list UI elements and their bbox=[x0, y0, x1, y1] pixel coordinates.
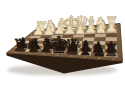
chess-board: HGFEDCBA12345678♜♞♝♛♚♝♞♜♟♟♟♟♟♟♟♟♟♟♟♟♟♟♟♟… bbox=[0, 0, 125, 93]
chess-set-photo: HGFEDCBA12345678♜♞♝♛♚♝♞♜♟♟♟♟♟♟♟♟♟♟♟♟♟♟♟♟… bbox=[0, 0, 125, 93]
piece-black-rook[interactable]: ♜ bbox=[12, 35, 27, 55]
